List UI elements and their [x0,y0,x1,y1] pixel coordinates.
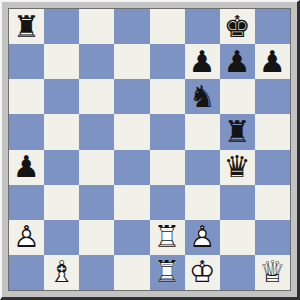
square-h8[interactable] [255,9,290,44]
piece-outline: ♙ [13,220,40,255]
square-g7[interactable]: ♟ [220,44,255,79]
square-g1[interactable] [220,255,255,290]
square-a4[interactable]: ♟ [9,150,44,185]
piece-outline: ♙ [189,220,216,255]
square-g5[interactable]: ♜ [220,114,255,149]
square-g3[interactable] [220,185,255,220]
piece-outline: ♕ [259,255,286,290]
square-e4[interactable] [150,150,185,185]
square-f2[interactable]: ♟♙ [185,220,220,255]
square-b6[interactable] [44,79,79,114]
piece-outline: ♖ [154,255,181,290]
piece-white-bishop[interactable]: ♝♗ [48,257,75,287]
square-c3[interactable] [79,185,114,220]
square-b4[interactable] [44,150,79,185]
square-d7[interactable] [114,44,149,79]
square-e6[interactable] [150,79,185,114]
piece-black-pawn[interactable]: ♟ [259,47,286,77]
piece-white-rook[interactable]: ♜♖ [154,222,181,252]
square-a1[interactable] [9,255,44,290]
piece-black-pawn[interactable]: ♟ [189,47,216,77]
square-e3[interactable] [150,185,185,220]
piece-outline: ♖ [154,220,181,255]
square-f3[interactable] [185,185,220,220]
square-d4[interactable] [114,150,149,185]
piece-white-king[interactable]: ♚♔ [189,257,216,287]
piece-black-pawn[interactable]: ♟ [13,152,40,182]
chess-board: ♜♚♟♟♟♞♜♟♛♟♙♜♖♟♙♝♗♜♖♚♔♛♕ [8,8,291,291]
square-f7[interactable]: ♟ [185,44,220,79]
square-e1[interactable]: ♜♖ [150,255,185,290]
square-h4[interactable] [255,150,290,185]
piece-white-rook[interactable]: ♜♖ [154,257,181,287]
square-a6[interactable] [9,79,44,114]
piece-black-pawn[interactable]: ♟ [224,47,251,77]
piece-black-king[interactable]: ♚ [224,12,251,42]
square-a3[interactable] [9,185,44,220]
square-d3[interactable] [114,185,149,220]
square-e7[interactable] [150,44,185,79]
square-b5[interactable] [44,114,79,149]
square-b3[interactable] [44,185,79,220]
square-g4[interactable]: ♛ [220,150,255,185]
square-d6[interactable] [114,79,149,114]
piece-black-knight[interactable]: ♞ [189,82,216,112]
piece-white-pawn[interactable]: ♟♙ [189,222,216,252]
square-c6[interactable] [79,79,114,114]
square-f8[interactable] [185,9,220,44]
piece-black-queen[interactable]: ♛ [224,152,251,182]
piece-black-rook[interactable]: ♜ [224,117,251,147]
square-h5[interactable] [255,114,290,149]
square-b1[interactable]: ♝♗ [44,255,79,290]
square-c4[interactable] [79,150,114,185]
square-d5[interactable] [114,114,149,149]
square-g8[interactable]: ♚ [220,9,255,44]
piece-outline: ♔ [189,255,216,290]
square-g2[interactable] [220,220,255,255]
square-d8[interactable] [114,9,149,44]
square-a7[interactable] [9,44,44,79]
square-c7[interactable] [79,44,114,79]
square-e8[interactable] [150,9,185,44]
square-c1[interactable] [79,255,114,290]
square-h3[interactable] [255,185,290,220]
square-d2[interactable] [114,220,149,255]
board-frame: ♜♚♟♟♟♞♜♟♛♟♙♜♖♟♙♝♗♜♖♚♔♛♕ [0,0,300,300]
square-a2[interactable]: ♟♙ [9,220,44,255]
piece-white-pawn[interactable]: ♟♙ [13,222,40,252]
square-b8[interactable] [44,9,79,44]
square-c8[interactable] [79,9,114,44]
square-h1[interactable]: ♛♕ [255,255,290,290]
square-e2[interactable]: ♜♖ [150,220,185,255]
square-c2[interactable] [79,220,114,255]
square-e5[interactable] [150,114,185,149]
square-c5[interactable] [79,114,114,149]
square-h7[interactable]: ♟ [255,44,290,79]
square-f5[interactable] [185,114,220,149]
square-g6[interactable] [220,79,255,114]
square-b7[interactable] [44,44,79,79]
square-f6[interactable]: ♞ [185,79,220,114]
square-h6[interactable] [255,79,290,114]
square-a5[interactable] [9,114,44,149]
square-d1[interactable] [114,255,149,290]
piece-white-queen[interactable]: ♛♕ [259,257,286,287]
square-b2[interactable] [44,220,79,255]
piece-outline: ♗ [48,255,75,290]
piece-black-rook[interactable]: ♜ [13,12,40,42]
square-a8[interactable]: ♜ [9,9,44,44]
square-h2[interactable] [255,220,290,255]
square-f4[interactable] [185,150,220,185]
square-f1[interactable]: ♚♔ [185,255,220,290]
